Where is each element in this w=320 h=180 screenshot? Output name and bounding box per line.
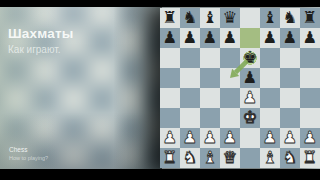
subtitle-text: Как играют. xyxy=(8,44,60,55)
white-pawn-g2: ♟ xyxy=(283,128,298,148)
square-b4[interactable] xyxy=(180,88,200,108)
white-queen-d1: ♛ xyxy=(223,148,238,168)
black-bishop-f8: ♝ xyxy=(263,8,278,28)
square-b6[interactable] xyxy=(180,48,200,68)
square-d3[interactable] xyxy=(220,108,240,128)
letterbox-top-bar xyxy=(0,0,320,7)
white-pawn-c2: ♟ xyxy=(203,128,218,148)
square-g8[interactable]: ♞ xyxy=(280,8,300,28)
black-pawn-h7: ♟ xyxy=(303,28,318,48)
black-pawn-g7: ♟ xyxy=(283,28,298,48)
square-b8[interactable]: ♞ xyxy=(180,8,200,28)
square-h7[interactable]: ♟ xyxy=(300,28,320,48)
square-d5[interactable] xyxy=(220,68,240,88)
black-rook-a8: ♜ xyxy=(163,8,178,28)
square-e3[interactable]: ♚ xyxy=(240,108,260,128)
letterbox-bottom-bar xyxy=(0,169,320,180)
square-e4[interactable]: ♟ xyxy=(240,88,260,108)
square-c3[interactable] xyxy=(200,108,220,128)
square-e7[interactable] xyxy=(240,28,260,48)
square-h8[interactable]: ♜ xyxy=(300,8,320,28)
square-b2[interactable]: ♟ xyxy=(180,128,200,148)
square-e8[interactable] xyxy=(240,8,260,28)
square-a1[interactable]: ♜ xyxy=(160,148,180,168)
square-c7[interactable]: ♟ xyxy=(200,28,220,48)
square-a6[interactable] xyxy=(160,48,180,68)
square-a4[interactable] xyxy=(160,88,180,108)
square-c8[interactable]: ♝ xyxy=(200,8,220,28)
black-king-e6: ♚ xyxy=(243,48,258,68)
square-c4[interactable] xyxy=(200,88,220,108)
chess-board[interactable]: ♜♞♝♛♝♞♜♟♟♟♟♟♟♟♚♟♟♚♟♟♟♟♟♟♟♜♞♝♛♝♞♜ xyxy=(160,8,320,168)
black-knight-b8: ♞ xyxy=(183,8,198,28)
black-knight-g8: ♞ xyxy=(283,8,298,28)
white-knight-g1: ♞ xyxy=(283,148,298,168)
thumbnail-content: Шахматы Как играют. Chess How to playing… xyxy=(0,7,320,169)
square-a8[interactable]: ♜ xyxy=(160,8,180,28)
square-g2[interactable]: ♟ xyxy=(280,128,300,148)
square-h1[interactable]: ♜ xyxy=(300,148,320,168)
black-rook-h8: ♜ xyxy=(303,8,318,28)
white-pawn-f2: ♟ xyxy=(263,128,278,148)
black-pawn-f7: ♟ xyxy=(263,28,278,48)
square-g6[interactable] xyxy=(280,48,300,68)
caption-subtitle: How to playing? xyxy=(9,155,48,161)
square-d1[interactable]: ♛ xyxy=(220,148,240,168)
white-knight-b1: ♞ xyxy=(183,148,198,168)
black-pawn-c7: ♟ xyxy=(203,28,218,48)
square-g5[interactable] xyxy=(280,68,300,88)
white-pawn-a2: ♟ xyxy=(163,128,178,148)
square-d6[interactable] xyxy=(220,48,240,68)
square-f3[interactable] xyxy=(260,108,280,128)
square-a7[interactable]: ♟ xyxy=(160,28,180,48)
square-g7[interactable]: ♟ xyxy=(280,28,300,48)
square-f8[interactable]: ♝ xyxy=(260,8,280,28)
square-c2[interactable]: ♟ xyxy=(200,128,220,148)
white-pawn-h2: ♟ xyxy=(303,128,318,148)
white-rook-h1: ♜ xyxy=(303,148,318,168)
square-d2[interactable]: ♟ xyxy=(220,128,240,148)
square-f7[interactable]: ♟ xyxy=(260,28,280,48)
square-f4[interactable] xyxy=(260,88,280,108)
white-bishop-c1: ♝ xyxy=(203,148,218,168)
square-f6[interactable] xyxy=(260,48,280,68)
white-rook-a1: ♜ xyxy=(163,148,178,168)
square-a5[interactable] xyxy=(160,68,180,88)
square-g3[interactable] xyxy=(280,108,300,128)
square-e5[interactable]: ♟ xyxy=(240,68,260,88)
white-bishop-f1: ♝ xyxy=(263,148,278,168)
caption-title: Chess xyxy=(9,146,27,153)
square-b1[interactable]: ♞ xyxy=(180,148,200,168)
square-c1[interactable]: ♝ xyxy=(200,148,220,168)
square-c5[interactable] xyxy=(200,68,220,88)
square-g4[interactable] xyxy=(280,88,300,108)
square-g1[interactable]: ♞ xyxy=(280,148,300,168)
black-pawn-b7: ♟ xyxy=(183,28,198,48)
square-h2[interactable]: ♟ xyxy=(300,128,320,148)
title-text: Шахматы xyxy=(8,26,73,41)
square-h4[interactable] xyxy=(300,88,320,108)
square-a2[interactable]: ♟ xyxy=(160,128,180,148)
square-c6[interactable] xyxy=(200,48,220,68)
black-pawn-d7: ♟ xyxy=(223,28,238,48)
square-b7[interactable]: ♟ xyxy=(180,28,200,48)
square-a3[interactable] xyxy=(160,108,180,128)
white-pawn-b2: ♟ xyxy=(183,128,198,148)
square-e6[interactable]: ♚ xyxy=(240,48,260,68)
black-queen-d8: ♛ xyxy=(223,8,238,28)
black-pawn-a7: ♟ xyxy=(163,28,178,48)
square-d7[interactable]: ♟ xyxy=(220,28,240,48)
square-f5[interactable] xyxy=(260,68,280,88)
square-b3[interactable] xyxy=(180,108,200,128)
white-pawn-e4: ♟ xyxy=(243,88,258,108)
square-d4[interactable] xyxy=(220,88,240,108)
square-e2[interactable] xyxy=(240,128,260,148)
black-pawn-e5: ♟ xyxy=(243,68,258,88)
square-f2[interactable]: ♟ xyxy=(260,128,280,148)
square-d8[interactable]: ♛ xyxy=(220,8,240,28)
square-b5[interactable] xyxy=(180,68,200,88)
square-f1[interactable]: ♝ xyxy=(260,148,280,168)
square-h3[interactable] xyxy=(300,108,320,128)
white-pawn-d2: ♟ xyxy=(223,128,238,148)
white-king-e3: ♚ xyxy=(243,108,258,128)
black-bishop-c8: ♝ xyxy=(203,8,218,28)
square-e1[interactable] xyxy=(240,148,260,168)
square-h5[interactable] xyxy=(300,68,320,88)
square-h6[interactable] xyxy=(300,48,320,68)
